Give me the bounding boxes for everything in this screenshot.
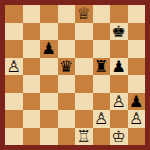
square-d6[interactable] [58,40,76,58]
chess-board: ♕♚♟♙♛♜♟♙♟♙♙♖♔ [5,5,145,145]
square-f3[interactable] [93,93,111,111]
square-g1[interactable]: ♔ [110,128,128,146]
white-pawn-piece[interactable]: ♙ [7,57,21,75]
square-b2[interactable] [23,110,41,128]
black-pawn-piece[interactable]: ♟ [112,57,126,75]
square-h8[interactable] [128,5,146,23]
square-c2[interactable] [40,110,58,128]
square-f8[interactable] [93,5,111,23]
square-b1[interactable] [23,128,41,146]
black-pawn-piece[interactable]: ♟ [129,92,143,110]
square-g4[interactable] [110,75,128,93]
white-rook-piece[interactable]: ♖ [77,127,91,145]
square-b4[interactable] [23,75,41,93]
square-e4[interactable] [75,75,93,93]
square-a3[interactable] [5,93,23,111]
square-g3[interactable]: ♙ [110,93,128,111]
square-h6[interactable] [128,40,146,58]
square-e2[interactable] [75,110,93,128]
square-c5[interactable] [40,58,58,76]
square-g2[interactable] [110,110,128,128]
square-a7[interactable] [5,23,23,41]
square-g8[interactable] [110,5,128,23]
square-b3[interactable] [23,93,41,111]
square-f7[interactable] [93,23,111,41]
square-g7[interactable]: ♚ [110,23,128,41]
square-e1[interactable]: ♖ [75,128,93,146]
square-e6[interactable] [75,40,93,58]
square-g5[interactable]: ♟ [110,58,128,76]
square-d4[interactable] [58,75,76,93]
square-h3[interactable]: ♟ [128,93,146,111]
square-c1[interactable] [40,128,58,146]
black-king-piece[interactable]: ♚ [112,22,126,40]
square-h7[interactable] [128,23,146,41]
white-pawn-piece[interactable]: ♙ [112,92,126,110]
square-b5[interactable] [23,58,41,76]
square-a5[interactable]: ♙ [5,58,23,76]
black-rook-piece[interactable]: ♜ [94,57,108,75]
square-a8[interactable] [5,5,23,23]
square-c4[interactable] [40,75,58,93]
white-queen-piece[interactable]: ♕ [77,5,91,23]
square-d7[interactable] [58,23,76,41]
square-f6[interactable] [93,40,111,58]
square-f2[interactable]: ♙ [93,110,111,128]
chess-board-frame: ♕♚♟♙♛♜♟♙♟♙♙♖♔ [0,0,150,150]
white-king-piece[interactable]: ♔ [112,127,126,145]
square-f5[interactable]: ♜ [93,58,111,76]
square-c8[interactable] [40,5,58,23]
square-b8[interactable] [23,5,41,23]
square-h1[interactable] [128,128,146,146]
square-d2[interactable] [58,110,76,128]
square-b7[interactable] [23,23,41,41]
square-e5[interactable] [75,58,93,76]
square-d1[interactable] [58,128,76,146]
square-a6[interactable] [5,40,23,58]
black-pawn-piece[interactable]: ♟ [42,40,56,58]
square-h5[interactable] [128,58,146,76]
square-e8[interactable]: ♕ [75,5,93,23]
square-d3[interactable] [58,93,76,111]
square-d5[interactable]: ♛ [58,58,76,76]
black-queen-piece[interactable]: ♛ [59,57,73,75]
square-c3[interactable] [40,93,58,111]
square-h4[interactable] [128,75,146,93]
square-c6[interactable]: ♟ [40,40,58,58]
square-a2[interactable] [5,110,23,128]
square-c7[interactable] [40,23,58,41]
square-h2[interactable]: ♙ [128,110,146,128]
square-b6[interactable] [23,40,41,58]
square-e7[interactable] [75,23,93,41]
square-a1[interactable] [5,128,23,146]
square-d8[interactable] [58,5,76,23]
square-g6[interactable] [110,40,128,58]
square-f1[interactable] [93,128,111,146]
white-pawn-piece[interactable]: ♙ [129,110,143,128]
square-a4[interactable] [5,75,23,93]
square-e3[interactable] [75,93,93,111]
white-pawn-piece[interactable]: ♙ [94,110,108,128]
square-f4[interactable] [93,75,111,93]
